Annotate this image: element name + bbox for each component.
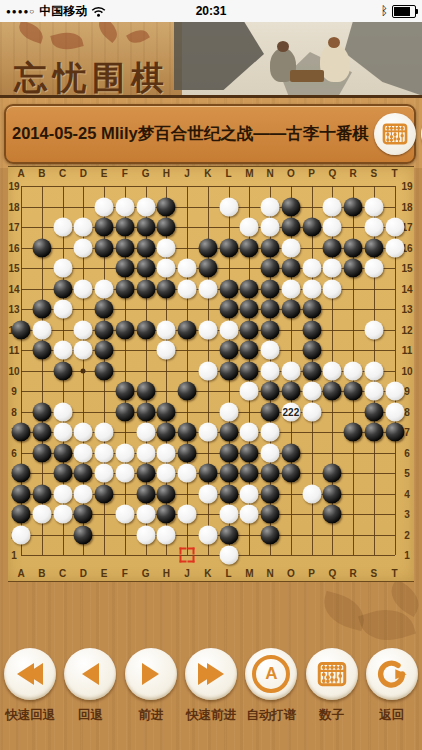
black-stone — [302, 320, 321, 339]
white-stone — [12, 525, 31, 544]
column-label: F — [122, 168, 128, 179]
black-stone — [261, 525, 280, 544]
battery-icon — [392, 5, 416, 18]
white-stone — [53, 218, 72, 237]
column-label: B — [38, 168, 45, 179]
black-stone — [53, 443, 72, 462]
row-label: 13 — [8, 304, 19, 315]
black-stone — [261, 279, 280, 298]
move-number-label: 222 — [283, 406, 300, 417]
black-stone — [219, 300, 238, 319]
column-label: T — [392, 568, 398, 579]
black-stone — [323, 484, 342, 503]
white-stone — [115, 197, 134, 216]
black-stone — [261, 484, 280, 503]
white-stone — [385, 218, 404, 237]
fast-forward-button[interactable] — [185, 648, 237, 700]
row-label: 1 — [404, 550, 410, 561]
white-stone — [323, 279, 342, 298]
column-label: K — [204, 568, 211, 579]
white-stone — [302, 382, 321, 401]
white-stone — [385, 238, 404, 257]
black-stone — [261, 464, 280, 483]
column-label: S — [371, 168, 378, 179]
white-stone — [281, 361, 300, 380]
toolbar-label: 快速前进 — [186, 707, 236, 724]
white-stone — [115, 443, 134, 462]
black-stone — [302, 341, 321, 360]
row-label: 15 — [8, 263, 19, 274]
black-stone — [219, 423, 238, 442]
black-stone — [219, 279, 238, 298]
abacus-icon — [317, 659, 347, 689]
column-label: D — [80, 168, 87, 179]
white-stone — [261, 341, 280, 360]
white-stone — [364, 259, 383, 278]
black-stone — [157, 505, 176, 524]
white-stone — [302, 279, 321, 298]
black-stone — [32, 443, 51, 462]
white-stone — [136, 505, 155, 524]
black-stone — [95, 484, 114, 503]
black-stone — [281, 464, 300, 483]
column-label: L — [226, 168, 232, 179]
white-stone — [95, 443, 114, 462]
white-stone — [364, 197, 383, 216]
white-stone — [240, 218, 259, 237]
black-stone — [281, 382, 300, 401]
forward-button[interactable] — [125, 648, 177, 700]
black-stone — [95, 361, 114, 380]
auto-replay-button[interactable]: A — [245, 648, 297, 700]
toolbar-button-back[interactable]: 返回 — [363, 648, 421, 724]
black-stone — [323, 505, 342, 524]
white-stone — [302, 484, 321, 503]
black-stone — [281, 197, 300, 216]
row-label: 7 — [404, 427, 410, 438]
white-stone — [178, 505, 197, 524]
abacus-icon — [382, 121, 408, 147]
black-stone — [261, 238, 280, 257]
white-stone — [344, 361, 363, 380]
black-stone — [261, 259, 280, 278]
row-label: 2 — [404, 529, 410, 540]
white-stone — [323, 259, 342, 278]
black-stone — [178, 443, 197, 462]
black-stone — [240, 320, 259, 339]
black-stone — [136, 238, 155, 257]
row-label: 12 — [401, 324, 412, 335]
column-label: P — [308, 168, 315, 179]
white-stone — [323, 361, 342, 380]
white-stone — [136, 443, 155, 462]
black-stone — [136, 218, 155, 237]
back-button[interactable] — [366, 648, 418, 700]
white-stone — [74, 484, 93, 503]
black-stone — [115, 279, 134, 298]
white-stone — [74, 443, 93, 462]
current-move-marker — [180, 548, 195, 563]
row-label: 18 — [8, 201, 19, 212]
black-stone — [344, 197, 363, 216]
white-stone — [281, 279, 300, 298]
toolbar-label: 返回 — [379, 707, 404, 724]
count-result-button[interactable] — [374, 113, 416, 155]
column-label: L — [226, 568, 232, 579]
black-stone — [261, 382, 280, 401]
column-label: M — [245, 568, 253, 579]
white-stone — [385, 402, 404, 421]
column-label: Q — [329, 168, 337, 179]
clock: 20:31 — [0, 4, 422, 18]
count-button[interactable] — [306, 648, 358, 700]
black-stone — [115, 259, 134, 278]
row-label: 6 — [404, 447, 410, 458]
white-stone — [385, 382, 404, 401]
row-label: 6 — [11, 447, 17, 458]
column-label: R — [350, 168, 357, 179]
column-label: J — [184, 168, 190, 179]
white-stone — [240, 382, 259, 401]
white-stone — [115, 505, 134, 524]
black-stone — [157, 279, 176, 298]
row-label: 5 — [404, 468, 410, 479]
black-stone — [281, 218, 300, 237]
column-label: K — [204, 168, 211, 179]
fast-rewind-button[interactable] — [4, 648, 56, 700]
white-stone — [157, 259, 176, 278]
black-stone — [136, 320, 155, 339]
column-label: B — [38, 568, 45, 579]
return-arrow-icon — [376, 658, 408, 690]
black-stone — [219, 361, 238, 380]
row-label: 14 — [401, 283, 412, 294]
row-label: 16 — [8, 242, 19, 253]
column-label: P — [308, 568, 315, 579]
black-stone — [74, 525, 93, 544]
column-label: C — [59, 568, 66, 579]
white-stone — [281, 238, 300, 257]
black-stone — [344, 382, 363, 401]
black-stone — [74, 505, 93, 524]
ink-painting-decoration — [182, 22, 422, 95]
white-stone — [198, 320, 217, 339]
black-stone — [364, 423, 383, 442]
status-bar: ●●●●○ 中国移动 20:31 ᛒ — [0, 0, 422, 22]
column-label: J — [184, 568, 190, 579]
toolbar-label: 数子 — [319, 707, 344, 724]
white-stone — [136, 525, 155, 544]
black-stone — [198, 238, 217, 257]
black-stone — [53, 464, 72, 483]
black-stone — [32, 402, 51, 421]
row-label: 9 — [404, 386, 410, 397]
white-stone — [364, 218, 383, 237]
black-stone — [136, 382, 155, 401]
black-stone — [95, 218, 114, 237]
black-stone — [12, 423, 31, 442]
row-label: 10 — [401, 365, 412, 376]
black-stone — [240, 443, 259, 462]
white-stone — [32, 320, 51, 339]
black-stone — [240, 464, 259, 483]
row-label: 10 — [8, 365, 19, 376]
white-stone — [364, 382, 383, 401]
black-stone — [344, 259, 363, 278]
black-stone — [178, 320, 197, 339]
white-stone — [53, 505, 72, 524]
miniature-goban — [290, 70, 324, 82]
white-stone — [53, 402, 72, 421]
row-label: 14 — [8, 283, 19, 294]
bluetooth-icon: ᛒ — [381, 4, 388, 18]
black-stone — [32, 484, 51, 503]
toolbar-label: 前进 — [138, 707, 163, 724]
white-stone — [219, 505, 238, 524]
black-stone — [136, 464, 155, 483]
toolbar-label: 回退 — [78, 707, 103, 724]
row-label: 13 — [401, 304, 412, 315]
black-stone — [157, 423, 176, 442]
white-stone — [53, 300, 72, 319]
black-stone — [323, 464, 342, 483]
row-label: 8 — [11, 406, 17, 417]
white-stone — [32, 505, 51, 524]
black-stone — [136, 402, 155, 421]
black-stone — [95, 300, 114, 319]
white-stone — [74, 423, 93, 442]
white-stone — [136, 423, 155, 442]
white-stone — [364, 320, 383, 339]
toolbar-button-count[interactable]: 数子 — [303, 648, 361, 724]
white-stone — [53, 341, 72, 360]
white-stone — [136, 197, 155, 216]
black-stone — [240, 361, 259, 380]
white-stone — [178, 464, 197, 483]
black-stone — [281, 443, 300, 462]
toolbar-label: 快速回退 — [5, 707, 55, 724]
toolbar-button-rewind[interactable]: 回退 — [61, 648, 119, 724]
row-label: 11 — [402, 345, 413, 356]
white-stone — [95, 464, 114, 483]
row-label: 9 — [11, 386, 17, 397]
toolbar-button-fast-forward[interactable]: 快速前进 — [182, 648, 240, 724]
toolbar-button-forward[interactable]: 前进 — [122, 648, 180, 724]
column-label: Q — [329, 568, 337, 579]
white-stone — [157, 464, 176, 483]
white-stone — [219, 402, 238, 421]
toolbar-label: 自动打谱 — [246, 707, 296, 724]
white-stone — [240, 484, 259, 503]
black-stone — [302, 361, 321, 380]
black-stone — [281, 300, 300, 319]
white-stone — [74, 279, 93, 298]
row-label: 15 — [401, 263, 412, 274]
fast-rewind-icon — [21, 663, 39, 685]
column-label: S — [371, 568, 378, 579]
white-stone — [198, 279, 217, 298]
black-stone — [219, 464, 238, 483]
black-stone — [219, 443, 238, 462]
column-label: G — [142, 168, 150, 179]
white-stone — [157, 238, 176, 257]
go-player-figure — [320, 44, 350, 82]
black-stone — [12, 464, 31, 483]
app-header-banner: 忘忧围棋 — [0, 22, 422, 98]
row-label: 17 — [8, 222, 19, 233]
black-stone — [95, 238, 114, 257]
white-stone — [323, 197, 342, 216]
forward-icon — [142, 663, 159, 685]
black-stone — [302, 300, 321, 319]
black-stone — [240, 279, 259, 298]
column-label: R — [350, 568, 357, 579]
black-stone — [323, 382, 342, 401]
column-label: D — [80, 568, 87, 579]
white-stone — [95, 423, 114, 442]
white-stone — [74, 320, 93, 339]
black-stone — [344, 238, 363, 257]
black-stone — [115, 320, 134, 339]
black-stone — [53, 361, 72, 380]
column-label: A — [17, 168, 24, 179]
white-stone — [74, 238, 93, 257]
white-stone — [261, 443, 280, 462]
black-stone — [281, 259, 300, 278]
star-point — [81, 368, 86, 373]
black-stone — [157, 218, 176, 237]
white-stone — [219, 546, 238, 565]
black-stone — [157, 484, 176, 503]
grid-line — [21, 412, 395, 413]
game-title-bar: 2014-05-25 Mlily梦百合世纪之战——古李十番棋 — [4, 104, 416, 164]
column-label: N — [266, 568, 273, 579]
row-label: 19 — [401, 181, 412, 192]
column-label: A — [17, 568, 24, 579]
black-stone — [32, 238, 51, 257]
black-stone — [261, 300, 280, 319]
black-stone — [178, 382, 197, 401]
white-stone — [74, 341, 93, 360]
black-stone — [240, 300, 259, 319]
black-stone — [95, 320, 114, 339]
white-stone — [157, 341, 176, 360]
row-label: 4 — [404, 488, 410, 499]
white-stone — [261, 218, 280, 237]
white-stone — [157, 320, 176, 339]
column-label: E — [101, 168, 108, 179]
black-stone — [157, 402, 176, 421]
white-stone — [240, 423, 259, 442]
white-stone — [95, 197, 114, 216]
white-stone — [74, 218, 93, 237]
black-stone — [136, 279, 155, 298]
white-stone — [178, 259, 197, 278]
black-stone — [53, 279, 72, 298]
row-label: 1 — [11, 550, 17, 561]
auto-replay-icon: A — [252, 655, 290, 693]
black-stone — [261, 505, 280, 524]
row-label: 19 — [8, 181, 19, 192]
black-stone — [261, 402, 280, 421]
white-stone — [53, 259, 72, 278]
rewind-button[interactable] — [64, 648, 116, 700]
black-stone — [12, 505, 31, 524]
black-stone — [198, 464, 217, 483]
toolbar-button-fast-rewind[interactable]: 快速回退 — [1, 648, 59, 724]
black-stone — [12, 484, 31, 503]
black-stone — [136, 484, 155, 503]
white-stone — [302, 402, 321, 421]
black-stone — [115, 382, 134, 401]
black-stone — [219, 238, 238, 257]
black-stone — [364, 238, 383, 257]
row-label: 18 — [401, 201, 412, 212]
black-stone — [344, 423, 363, 442]
black-stone — [95, 341, 114, 360]
black-stone — [323, 238, 342, 257]
fast-forward-icon — [202, 663, 220, 685]
white-stone — [302, 259, 321, 278]
column-label: H — [163, 168, 170, 179]
row-label: 11 — [9, 345, 20, 356]
black-stone — [115, 218, 134, 237]
white-stone — [240, 505, 259, 524]
white-stone — [157, 525, 176, 544]
black-stone — [12, 320, 31, 339]
black-stone — [302, 218, 321, 237]
grid-line — [21, 555, 395, 556]
go-board[interactable]: AABBCCDDEEFFGGHHJJKKLLMMNNOOPPQQRRSSTT19… — [8, 166, 414, 582]
white-stone — [261, 361, 280, 380]
toolbar-button-auto-replay[interactable]: A自动打谱 — [242, 648, 300, 724]
row-label: 8 — [404, 406, 410, 417]
black-stone — [198, 259, 217, 278]
black-stone — [219, 525, 238, 544]
white-stone — [219, 197, 238, 216]
black-stone — [115, 402, 134, 421]
black-stone — [261, 320, 280, 339]
column-label: N — [266, 168, 273, 179]
column-label: T — [392, 168, 398, 179]
column-label: E — [101, 568, 108, 579]
column-label: F — [122, 568, 128, 579]
white-stone — [198, 484, 217, 503]
white-stone — [261, 197, 280, 216]
white-stone — [261, 423, 280, 442]
replay-toolbar: 快速回退回退前进快速前进A自动打谱数子返回 — [0, 640, 422, 750]
black-stone — [219, 484, 238, 503]
white-stone — [95, 279, 114, 298]
rewind-icon — [82, 663, 99, 685]
black-stone — [364, 402, 383, 421]
column-label: O — [287, 168, 295, 179]
column-label: O — [287, 568, 295, 579]
white-stone — [364, 361, 383, 380]
black-stone — [219, 341, 238, 360]
game-title: 2014-05-25 Mlily梦百合世纪之战——古李十番棋 — [12, 123, 369, 145]
black-stone — [32, 341, 51, 360]
white-stone — [198, 361, 217, 380]
black-stone — [240, 341, 259, 360]
white-stone — [53, 423, 72, 442]
white-stone — [157, 443, 176, 462]
white-stone — [198, 525, 217, 544]
row-label: 3 — [404, 509, 410, 520]
black-stone — [74, 464, 93, 483]
column-label: H — [163, 568, 170, 579]
column-label: G — [142, 568, 150, 579]
